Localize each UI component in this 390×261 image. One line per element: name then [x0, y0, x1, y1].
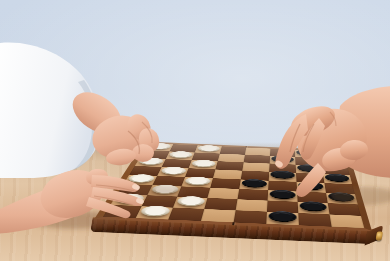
checker-black[interactable]: ●	[268, 211, 296, 223]
checker-black[interactable]: ●	[270, 170, 295, 179]
checker-black[interactable]: ●	[270, 189, 296, 199]
checker-white[interactable]: ●	[176, 196, 206, 207]
board-square[interactable]	[234, 210, 267, 223]
checker-black[interactable]: ●	[298, 181, 324, 190]
board-square[interactable]	[298, 213, 331, 227]
board-square[interactable]	[201, 209, 236, 222]
checker-black[interactable]: ●	[328, 192, 356, 202]
checker-white[interactable]: ●	[139, 205, 172, 217]
board-square[interactable]: ●	[266, 212, 299, 226]
checker-white[interactable]: ●	[126, 174, 155, 183]
board-square[interactable]	[330, 214, 365, 228]
checker-black[interactable]: ●	[296, 149, 318, 156]
checker-white[interactable]: ●	[160, 166, 187, 175]
checker-white[interactable]: ●	[197, 145, 221, 152]
checker-white[interactable]: ●	[137, 157, 164, 165]
board-grid: ●●●●●●●●●●●●●●●●●●●●●●●●	[94, 142, 372, 232]
checker-white[interactable]: ●	[191, 159, 216, 167]
checker-black[interactable]: ●	[324, 173, 350, 182]
checker-white[interactable]: ●	[147, 143, 172, 150]
checker-black[interactable]: ●	[322, 157, 346, 165]
checkers-photo-scene: ●●●●●●●●●●●●●●●●●●●●●●●●	[0, 0, 390, 261]
checker-white[interactable]: ●	[114, 193, 146, 204]
board-square[interactable]	[168, 208, 204, 221]
checker-black[interactable]: ●	[297, 164, 321, 172]
checker-white[interactable]: ●	[184, 176, 212, 185]
checker-black[interactable]: ●	[271, 155, 294, 163]
checker-white[interactable]: ●	[150, 184, 180, 194]
checker-black[interactable]: ●	[299, 201, 327, 212]
checker-black[interactable]: ●	[241, 179, 267, 188]
checkers-board: ●●●●●●●●●●●●●●●●●●●●●●●●	[88, 111, 390, 245]
checker-white[interactable]: ●	[168, 151, 193, 159]
board-square[interactable]: ●	[136, 206, 173, 219]
